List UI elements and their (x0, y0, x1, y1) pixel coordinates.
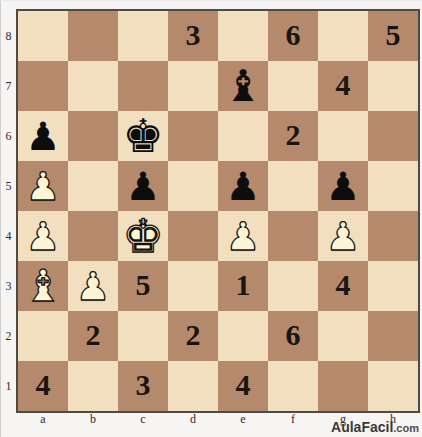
annotation-number-f8: 6 (286, 20, 301, 50)
black-king-icon: ♚ (122, 113, 163, 159)
square-a8 (18, 11, 68, 61)
rank-label-6: 6 (1, 111, 16, 161)
annotation-number-d2: 2 (186, 320, 201, 350)
square-c3: 5 (118, 261, 168, 311)
square-g8 (318, 11, 368, 61)
rank-label-3: 3 (1, 261, 16, 311)
square-b5 (68, 161, 118, 211)
rank-label-2: 2 (1, 311, 16, 361)
square-h3 (368, 261, 418, 311)
square-f4 (268, 211, 318, 261)
square-e7: ♝ (218, 61, 268, 111)
white-pawn-icon: ♟ (226, 217, 261, 256)
square-b8 (68, 11, 118, 61)
white-pawn-icon: ♟ (26, 217, 61, 256)
chess-diagram: 87654321 365♝4♟♚2♟♟♟♟♟♚♟♟♝♟514226434 abc… (0, 0, 422, 437)
black-pawn-icon: ♟ (126, 167, 161, 206)
black-pawn-icon: ♟ (226, 167, 261, 206)
annotation-number-f2: 6 (286, 320, 301, 350)
annotation-number-c1: 3 (136, 370, 151, 400)
watermark-suffix: .com (393, 422, 419, 434)
annotation-number-e3: 1 (236, 270, 251, 300)
square-c4: ♚ (118, 211, 168, 261)
annotation-number-h8: 5 (386, 20, 401, 50)
rank-label-1: 1 (1, 361, 16, 411)
square-h5 (368, 161, 418, 211)
annotation-number-b2: 2 (86, 320, 101, 350)
black-bishop-icon: ♝ (223, 64, 262, 108)
chess-board: 365♝4♟♚2♟♟♟♟♟♚♟♟♝♟514226434 (16, 9, 420, 413)
square-h4 (368, 211, 418, 261)
annotation-number-g3: 4 (336, 270, 351, 300)
square-a3: ♝ (18, 261, 68, 311)
file-label-c: c (118, 412, 168, 427)
white-pawn-icon: ♟ (76, 267, 111, 306)
square-d7 (168, 61, 218, 111)
square-c8 (118, 11, 168, 61)
square-d3 (168, 261, 218, 311)
square-e2 (218, 311, 268, 361)
square-c6: ♚ (118, 111, 168, 161)
rank-label-4: 4 (1, 211, 16, 261)
watermark: AulaFacil.com (331, 418, 419, 436)
square-e5: ♟ (218, 161, 268, 211)
file-label-f: f (268, 412, 318, 427)
square-e8 (218, 11, 268, 61)
square-g5: ♟ (318, 161, 368, 211)
square-d5 (168, 161, 218, 211)
square-g6 (318, 111, 368, 161)
square-a2 (18, 311, 68, 361)
square-g1 (318, 361, 368, 411)
square-d6 (168, 111, 218, 161)
square-a7 (18, 61, 68, 111)
rank-label-7: 7 (1, 61, 16, 111)
square-b3: ♟ (68, 261, 118, 311)
square-a6: ♟ (18, 111, 68, 161)
watermark-brand: AulaFacil (331, 419, 393, 435)
square-f1 (268, 361, 318, 411)
square-c7 (118, 61, 168, 111)
square-h6 (368, 111, 418, 161)
square-f5 (268, 161, 318, 211)
square-d8: 3 (168, 11, 218, 61)
annotation-number-g7: 4 (336, 70, 351, 100)
square-d1 (168, 361, 218, 411)
square-h1 (368, 361, 418, 411)
rank-label-5: 5 (1, 161, 16, 211)
square-b2: 2 (68, 311, 118, 361)
square-h8: 5 (368, 11, 418, 61)
file-label-b: b (68, 412, 118, 427)
square-d2: 2 (168, 311, 218, 361)
square-b4 (68, 211, 118, 261)
black-pawn-icon: ♟ (26, 117, 61, 156)
square-b6 (68, 111, 118, 161)
white-pawn-icon: ♟ (26, 167, 61, 206)
annotation-number-a1: 4 (36, 370, 51, 400)
square-f6: 2 (268, 111, 318, 161)
annotation-number-d8: 3 (186, 20, 201, 50)
square-g2 (318, 311, 368, 361)
square-e6 (218, 111, 268, 161)
square-f2: 6 (268, 311, 318, 361)
white-bishop-icon: ♝ (23, 264, 62, 308)
square-b7 (68, 61, 118, 111)
annotation-number-e1: 4 (236, 370, 251, 400)
square-d4 (168, 211, 218, 261)
square-g4: ♟ (318, 211, 368, 261)
white-pawn-icon: ♟ (326, 217, 361, 256)
square-e3: 1 (218, 261, 268, 311)
square-g7: 4 (318, 61, 368, 111)
annotation-number-c3: 5 (136, 270, 151, 300)
black-pawn-icon: ♟ (326, 167, 361, 206)
square-h2 (368, 311, 418, 361)
square-g3: 4 (318, 261, 368, 311)
square-h7 (368, 61, 418, 111)
square-a1: 4 (18, 361, 68, 411)
white-king-icon: ♚ (122, 213, 163, 259)
file-label-a: a (18, 412, 68, 427)
square-f7 (268, 61, 318, 111)
square-f3 (268, 261, 318, 311)
square-c5: ♟ (118, 161, 168, 211)
square-e1: 4 (218, 361, 268, 411)
file-label-d: d (168, 412, 218, 427)
square-b1 (68, 361, 118, 411)
square-e4: ♟ (218, 211, 268, 261)
rank-labels: 87654321 (1, 11, 16, 411)
annotation-number-f6: 2 (286, 120, 301, 150)
file-label-e: e (218, 412, 268, 427)
square-a4: ♟ (18, 211, 68, 261)
rank-label-8: 8 (1, 11, 16, 61)
square-f8: 6 (268, 11, 318, 61)
square-c1: 3 (118, 361, 168, 411)
square-a5: ♟ (18, 161, 68, 211)
square-c2 (118, 311, 168, 361)
